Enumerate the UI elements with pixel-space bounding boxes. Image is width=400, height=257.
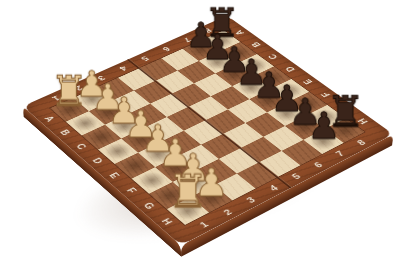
- square-g5: [241, 137, 281, 162]
- white-rook-icon: ♜: [145, 169, 231, 214]
- black-pawn-icon: ♟: [283, 108, 365, 145]
- product-photo: AABBCCDDEEFFGGHH1122334455667788♜♟♞♟♝♟♛♟…: [0, 0, 400, 257]
- clasp-plate-icon: [83, 163, 90, 184]
- chess-board: AABBCCDDEEFFGGHH1122334455667788♜♟♞♟♝♟♛♟…: [23, 15, 394, 245]
- scene: AABBCCDDEEFFGGHH1122334455667788♜♟♞♟♝♟♛♟…: [74, 0, 338, 252]
- square-f5: [223, 123, 263, 148]
